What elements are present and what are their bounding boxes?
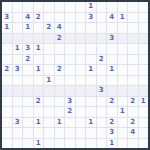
- empty-cell-r6-c9[interactable]: [97, 65, 107, 75]
- empty-cell-r8-c12[interactable]: [128, 86, 138, 96]
- empty-cell-r0-c0[interactable]: [2, 2, 12, 12]
- empty-cell-r8-c6[interactable]: [65, 86, 75, 96]
- empty-cell-r4-c9[interactable]: [97, 44, 107, 54]
- empty-cell-r0-c2[interactable]: [23, 2, 33, 12]
- clue-cell-r6-c8: 1: [86, 65, 96, 75]
- empty-cell-r3-c0[interactable]: [2, 34, 12, 44]
- empty-cell-r10-c10[interactable]: [107, 107, 117, 117]
- empty-cell-r8-c10[interactable]: [107, 86, 117, 96]
- empty-cell-r7-c1[interactable]: [13, 76, 23, 86]
- clue-cell-r5-c9: 2: [97, 55, 107, 65]
- empty-cell-r1-c4[interactable]: [44, 13, 54, 23]
- empty-cell-r3-c13[interactable]: [139, 34, 149, 44]
- empty-cell-r5-c7[interactable]: [76, 55, 86, 65]
- clue-cell-r1-c2: 4: [23, 13, 33, 23]
- clue-cell-r2-c4: 2: [44, 23, 54, 33]
- empty-cell-r2-c12[interactable]: [128, 23, 138, 33]
- empty-cell-r6-c6[interactable]: [65, 65, 75, 75]
- empty-cell-r8-c1[interactable]: [13, 86, 23, 96]
- empty-cell-r0-c12[interactable]: [128, 2, 138, 12]
- empty-cell-r11-c2[interactable]: [23, 118, 33, 128]
- empty-cell-r3-c11[interactable]: [118, 34, 128, 44]
- clue-cell-r9-c12: 2: [128, 97, 138, 107]
- empty-cell-r9-c5[interactable]: [55, 97, 65, 107]
- clue-cell-r10-c6: 2: [65, 107, 75, 117]
- empty-cell-r0-c4[interactable]: [44, 2, 54, 12]
- empty-cell-r10-c4[interactable]: [44, 107, 54, 117]
- empty-cell-r7-c11[interactable]: [118, 76, 128, 86]
- clue-cell-r9-c13: 1: [139, 97, 149, 107]
- empty-cell-r5-c5[interactable]: [55, 55, 65, 65]
- empty-cell-r12-c7[interactable]: [76, 128, 86, 138]
- clue-cell-r3-c5: 2: [55, 34, 65, 44]
- clue-cell-r0-c8: 1: [86, 2, 96, 12]
- empty-cell-r9-c2[interactable]: [23, 97, 33, 107]
- empty-cell-r11-c9[interactable]: [97, 118, 107, 128]
- clue-cell-r4-c1: 1: [13, 44, 23, 54]
- empty-cell-r8-c0[interactable]: [2, 86, 12, 96]
- clue-cell-r10-c11: 1: [118, 107, 128, 117]
- empty-cell-r13-c11[interactable]: [118, 139, 128, 149]
- empty-cell-r3-c7[interactable]: [76, 34, 86, 44]
- empty-cell-r12-c3[interactable]: [34, 128, 44, 138]
- empty-cell-r13-c7[interactable]: [76, 139, 86, 149]
- empty-cell-r10-c12[interactable]: [128, 107, 138, 117]
- empty-cell-r3-c3[interactable]: [34, 34, 44, 44]
- empty-cell-r13-c6[interactable]: [65, 139, 75, 149]
- empty-cell-r13-c12[interactable]: [128, 139, 138, 149]
- clue-cell-r4-c3: 1: [34, 44, 44, 54]
- empty-cell-r5-c13[interactable]: [139, 55, 149, 65]
- clue-cell-r11-c1: 3: [13, 118, 23, 128]
- empty-cell-r10-c13[interactable]: [139, 107, 149, 117]
- empty-cell-r13-c9[interactable]: [97, 139, 107, 149]
- empty-cell-r2-c9[interactable]: [97, 23, 107, 33]
- clue-cell-r12-c12: 4: [128, 128, 138, 138]
- empty-cell-r2-c1[interactable]: [13, 23, 23, 33]
- empty-cell-r8-c4[interactable]: [44, 86, 54, 96]
- empty-cell-r7-c13[interactable]: [139, 76, 149, 86]
- empty-cell-r10-c2[interactable]: [23, 107, 33, 117]
- empty-cell-r11-c0[interactable]: [2, 118, 12, 128]
- empty-cell-r10-c3[interactable]: [34, 107, 44, 117]
- empty-cell-r3-c2[interactable]: [23, 34, 33, 44]
- empty-cell-r7-c10[interactable]: [107, 76, 117, 86]
- clue-cell-r3-c10: 3: [107, 34, 117, 44]
- empty-cell-r12-c4[interactable]: [44, 128, 54, 138]
- empty-cell-r1-c1[interactable]: [13, 13, 23, 23]
- empty-cell-r4-c6[interactable]: [65, 44, 75, 54]
- empty-cell-r8-c5[interactable]: [55, 86, 65, 96]
- clue-cell-r13-c10: 1: [107, 139, 117, 149]
- empty-cell-r10-c8[interactable]: [86, 107, 96, 117]
- empty-cell-r13-c8[interactable]: [86, 139, 96, 149]
- clue-cell-r11-c8: 1: [86, 118, 96, 128]
- empty-cell-r6-c4[interactable]: [44, 65, 54, 75]
- empty-cell-r1-c12[interactable]: [128, 13, 138, 23]
- puzzle-board: 1342341112423131222312111323221213111223…: [0, 0, 150, 150]
- empty-cell-r11-c7[interactable]: [76, 118, 86, 128]
- empty-cell-r6-c11[interactable]: [118, 65, 128, 75]
- empty-cell-r9-c11[interactable]: [118, 97, 128, 107]
- clue-cell-r1-c8: 3: [86, 13, 96, 23]
- empty-cell-r6-c2[interactable]: [23, 65, 33, 75]
- empty-cell-r12-c8[interactable]: [86, 128, 96, 138]
- empty-cell-r2-c8[interactable]: [86, 23, 96, 33]
- empty-cell-r7-c12[interactable]: [128, 76, 138, 86]
- empty-cell-r4-c12[interactable]: [128, 44, 138, 54]
- clue-cell-r2-c2: 1: [23, 23, 33, 33]
- empty-cell-r6-c7[interactable]: [76, 65, 86, 75]
- empty-cell-r8-c11[interactable]: [118, 86, 128, 96]
- empty-cell-r12-c1[interactable]: [13, 128, 23, 138]
- empty-cell-r1-c6[interactable]: [65, 13, 75, 23]
- empty-cell-r3-c6[interactable]: [65, 34, 75, 44]
- empty-cell-r12-c13[interactable]: [139, 128, 149, 138]
- empty-cell-r8-c8[interactable]: [86, 86, 96, 96]
- empty-cell-r0-c11[interactable]: [118, 2, 128, 12]
- empty-cell-r9-c0[interactable]: [2, 97, 12, 107]
- clue-cell-r11-c3: 1: [34, 118, 44, 128]
- clue-cell-r6-c10: 1: [107, 65, 117, 75]
- clue-cell-r6-c1: 3: [13, 65, 23, 75]
- empty-cell-r7-c7[interactable]: [76, 76, 86, 86]
- empty-cell-r11-c4[interactable]: [44, 118, 54, 128]
- empty-cell-r2-c3[interactable]: [34, 23, 44, 33]
- clue-cell-r7-c4: 1: [44, 76, 54, 86]
- empty-cell-r0-c9[interactable]: [97, 2, 107, 12]
- empty-cell-r13-c0[interactable]: [2, 139, 12, 149]
- empty-cell-r12-c0[interactable]: [2, 128, 12, 138]
- empty-cell-r7-c2[interactable]: [23, 76, 33, 86]
- empty-cell-r12-c9[interactable]: [97, 128, 107, 138]
- empty-cell-r8-c13[interactable]: [139, 86, 149, 96]
- empty-cell-r9-c9[interactable]: [97, 97, 107, 107]
- empty-cell-r4-c0[interactable]: [2, 44, 12, 54]
- empty-cell-r4-c10[interactable]: [107, 44, 117, 54]
- empty-cell-r4-c13[interactable]: [139, 44, 149, 54]
- empty-cell-r5-c4[interactable]: [44, 55, 54, 65]
- empty-cell-r5-c8[interactable]: [86, 55, 96, 65]
- clue-cell-r2-c0: 1: [2, 23, 12, 33]
- clue-cell-r1-c0: 3: [2, 13, 12, 23]
- empty-cell-r5-c6[interactable]: [65, 55, 75, 65]
- empty-cell-r0-c13[interactable]: [139, 2, 149, 12]
- clue-cell-r1-c11: 1: [118, 13, 128, 23]
- empty-cell-r10-c9[interactable]: [97, 107, 107, 117]
- empty-cell-r1-c9[interactable]: [97, 13, 107, 23]
- clue-cell-r11-c5: 1: [55, 118, 65, 128]
- empty-cell-r5-c0[interactable]: [2, 55, 12, 65]
- empty-cell-r3-c9[interactable]: [97, 34, 107, 44]
- clue-cell-r9-c10: 2: [107, 97, 117, 107]
- empty-cell-r7-c3[interactable]: [34, 76, 44, 86]
- empty-cell-r13-c4[interactable]: [44, 139, 54, 149]
- clue-cell-r9-c3: 2: [34, 97, 44, 107]
- empty-cell-r13-c5[interactable]: [55, 139, 65, 149]
- clue-cell-r1-c10: 4: [107, 13, 117, 23]
- empty-cell-r4-c4[interactable]: [44, 44, 54, 54]
- empty-cell-r1-c13[interactable]: [139, 13, 149, 23]
- empty-cell-r10-c5[interactable]: [55, 107, 65, 117]
- clue-cell-r6-c0: 2: [2, 65, 12, 75]
- empty-cell-r2-c10[interactable]: [107, 23, 117, 33]
- empty-cell-r4-c11[interactable]: [118, 44, 128, 54]
- clue-cell-r2-c5: 4: [55, 23, 65, 33]
- clue-cell-r11-c10: 2: [107, 118, 117, 128]
- empty-cell-r12-c6[interactable]: [65, 128, 75, 138]
- empty-cell-r1-c5[interactable]: [55, 13, 65, 23]
- empty-cell-r7-c6[interactable]: [65, 76, 75, 86]
- empty-cell-r12-c11[interactable]: [118, 128, 128, 138]
- empty-cell-r12-c5[interactable]: [55, 128, 65, 138]
- empty-cell-r10-c1[interactable]: [13, 107, 23, 117]
- empty-cell-r7-c9[interactable]: [97, 76, 107, 86]
- empty-cell-r11-c6[interactable]: [65, 118, 75, 128]
- clue-cell-r13-c3: 1: [34, 139, 44, 149]
- empty-cell-r4-c5[interactable]: [55, 44, 65, 54]
- empty-cell-r3-c4[interactable]: [44, 34, 54, 44]
- clue-cell-r8-c9: 3: [97, 86, 107, 96]
- empty-cell-r7-c5[interactable]: [55, 76, 65, 86]
- empty-cell-r0-c7[interactable]: [76, 2, 86, 12]
- empty-cell-r4-c7[interactable]: [76, 44, 86, 54]
- empty-cell-r11-c13[interactable]: [139, 118, 149, 128]
- empty-cell-r8-c2[interactable]: [23, 86, 33, 96]
- clue-cell-r4-c2: 3: [23, 44, 33, 54]
- empty-cell-r9-c4[interactable]: [44, 97, 54, 107]
- empty-cell-r2-c6[interactable]: [65, 23, 75, 33]
- empty-cell-r3-c12[interactable]: [128, 34, 138, 44]
- clue-cell-r6-c5: 2: [55, 65, 65, 75]
- empty-cell-r3-c8[interactable]: [86, 34, 96, 44]
- empty-cell-r9-c7[interactable]: [76, 97, 86, 107]
- empty-cell-r3-c1[interactable]: [13, 34, 23, 44]
- empty-cell-r5-c10[interactable]: [107, 55, 117, 65]
- clue-cell-r11-c12: 2: [128, 118, 138, 128]
- empty-cell-r4-c8[interactable]: [86, 44, 96, 54]
- empty-cell-r5-c11[interactable]: [118, 55, 128, 65]
- empty-cell-r2-c7[interactable]: [76, 23, 86, 33]
- empty-cell-r13-c1[interactable]: [13, 139, 23, 149]
- empty-cell-r9-c8[interactable]: [86, 97, 96, 107]
- empty-cell-r5-c1[interactable]: [13, 55, 23, 65]
- empty-cell-r0-c1[interactable]: [13, 2, 23, 12]
- clue-cell-r9-c6: 3: [65, 97, 75, 107]
- empty-cell-r5-c12[interactable]: [128, 55, 138, 65]
- empty-cell-r13-c2[interactable]: [23, 139, 33, 149]
- empty-cell-r6-c12[interactable]: [128, 65, 138, 75]
- empty-cell-r0-c3[interactable]: [34, 2, 44, 12]
- clue-cell-r5-c2: 2: [23, 55, 33, 65]
- empty-cell-r10-c0[interactable]: [2, 107, 12, 117]
- empty-cell-r7-c8[interactable]: [86, 76, 96, 86]
- empty-cell-r0-c6[interactable]: [65, 2, 75, 12]
- empty-cell-r0-c10[interactable]: [107, 2, 117, 12]
- empty-cell-r10-c7[interactable]: [76, 107, 86, 117]
- clue-cell-r1-c3: 2: [34, 13, 44, 23]
- empty-cell-r13-c13[interactable]: [139, 139, 149, 149]
- empty-cell-r2-c11[interactable]: [118, 23, 128, 33]
- empty-cell-r5-c3[interactable]: [34, 55, 44, 65]
- empty-cell-r2-c13[interactable]: [139, 23, 149, 33]
- empty-cell-r6-c13[interactable]: [139, 65, 149, 75]
- clue-cell-r6-c3: 1: [34, 65, 44, 75]
- empty-cell-r8-c3[interactable]: [34, 86, 44, 96]
- empty-cell-r12-c2[interactable]: [23, 128, 33, 138]
- empty-cell-r1-c7[interactable]: [76, 13, 86, 23]
- clue-cell-r12-c10: 3: [107, 128, 117, 138]
- empty-cell-r7-c0[interactable]: [2, 76, 12, 86]
- empty-cell-r9-c1[interactable]: [13, 97, 23, 107]
- empty-cell-r0-c5[interactable]: [55, 2, 65, 12]
- empty-cell-r8-c7[interactable]: [76, 86, 86, 96]
- empty-cell-r11-c11[interactable]: [118, 118, 128, 128]
